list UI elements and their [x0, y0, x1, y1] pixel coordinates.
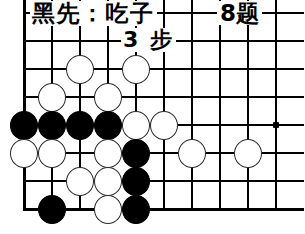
intersection[interactable] [122, 167, 150, 195]
intersection[interactable] [66, 167, 94, 195]
black-stone [66, 111, 94, 140]
intersection[interactable] [94, 139, 122, 167]
intersection[interactable] [122, 111, 150, 139]
black-stone [122, 195, 150, 224]
intersection[interactable] [38, 195, 66, 223]
white-stone [150, 111, 178, 140]
go-problem-diagram: 黑先：吃子 8题 3 步 [0, 0, 304, 234]
black-stone [38, 195, 66, 224]
white-stone [122, 111, 150, 140]
intersection[interactable] [66, 55, 94, 83]
white-stone [38, 139, 66, 168]
star-point [273, 122, 279, 128]
grid-line-vertical [275, 0, 277, 211]
white-stone [122, 55, 150, 84]
white-stone [94, 83, 122, 112]
black-stone [122, 167, 150, 196]
intersection[interactable] [94, 167, 122, 195]
white-stone [94, 139, 122, 168]
intersection[interactable] [38, 139, 66, 167]
intersection[interactable] [122, 55, 150, 83]
intersection[interactable] [94, 83, 122, 111]
problem-instruction-label: 黑先：吃子 [30, 1, 157, 26]
intersection[interactable] [10, 139, 38, 167]
grid-line-horizontal [23, 68, 305, 70]
white-stone [178, 139, 206, 168]
white-stone [94, 195, 122, 224]
intersection[interactable] [94, 195, 122, 223]
black-stone [10, 111, 38, 140]
intersection[interactable] [10, 111, 38, 139]
grid-line-vertical [191, 0, 193, 211]
intersection[interactable] [178, 139, 206, 167]
white-stone [66, 167, 94, 196]
intersection[interactable] [122, 195, 150, 223]
intersection[interactable] [234, 139, 262, 167]
black-stone [122, 139, 150, 168]
intersection[interactable] [38, 83, 66, 111]
white-stone [66, 55, 94, 84]
move-count-label: 3 步 [121, 28, 176, 52]
grid-line-vertical [247, 0, 249, 211]
intersection[interactable] [122, 139, 150, 167]
white-stone [94, 167, 122, 196]
intersection[interactable] [66, 111, 94, 139]
black-stone [94, 111, 122, 140]
grid-line-vertical [219, 0, 221, 211]
intersection[interactable] [150, 111, 178, 139]
intersection[interactable] [38, 111, 66, 139]
problem-number-label: 8题 [217, 1, 262, 25]
grid-line-vertical [23, 0, 26, 211]
white-stone [10, 139, 38, 168]
white-stone [38, 83, 66, 112]
grid-line-horizontal [23, 180, 305, 182]
white-stone [234, 139, 262, 168]
intersection[interactable] [94, 111, 122, 139]
black-stone [38, 111, 66, 140]
